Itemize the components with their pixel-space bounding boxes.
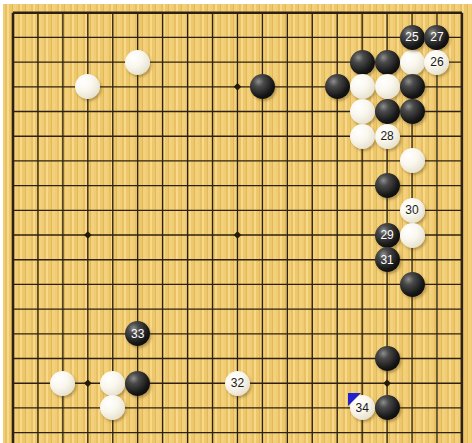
star-point [234,83,242,91]
stone-white-move-26: 26 [424,50,449,75]
move-number: 30 [405,204,418,216]
stone-black [400,99,425,124]
move-number: 27 [430,31,443,43]
star-point [84,231,92,239]
stone-black [375,173,400,198]
stone-black [375,50,400,75]
stone-white [375,74,400,99]
stone-white [400,50,425,75]
stone-white-move-28: 28 [375,124,400,149]
go-diagram: 25272628302931333234 [0,0,472,443]
stone-black [125,371,150,396]
stone-white [350,124,375,149]
stone-white [350,74,375,99]
move-number: 26 [430,56,443,68]
star-point [383,379,391,387]
stone-white [350,99,375,124]
stone-white-move-32: 32 [225,371,250,396]
stone-white-move-34: 34 [350,395,375,420]
stone-black [400,74,425,99]
move-number: 33 [131,328,144,340]
move-number: 25 [405,31,418,43]
stone-white [50,371,75,396]
stone-white [100,371,125,396]
stone-black-move-29: 29 [375,223,400,248]
stone-black [375,346,400,371]
stone-black [400,272,425,297]
stone-white [125,50,150,75]
move-number: 28 [380,130,393,142]
last-move-marker [348,393,361,406]
star-point [234,231,242,239]
stone-white [400,223,425,248]
stone-black [325,74,350,99]
stone-white [400,148,425,173]
stone-black [350,50,375,75]
stone-black-move-31: 31 [375,247,400,272]
stone-black [375,99,400,124]
move-number: 29 [380,229,393,241]
stone-white-move-30: 30 [400,198,425,223]
stone-black-move-25: 25 [400,25,425,50]
stone-black [375,395,400,420]
move-number: 32 [231,377,244,389]
move-number: 31 [380,254,393,266]
star-point [84,379,92,387]
